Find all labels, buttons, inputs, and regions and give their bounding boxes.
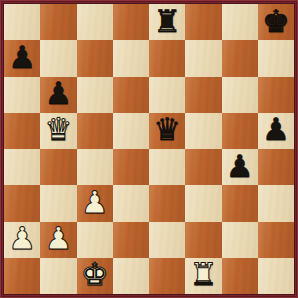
square-b8[interactable] <box>40 4 76 40</box>
square-c1[interactable]: ♚ <box>77 258 113 294</box>
square-c8[interactable] <box>77 4 113 40</box>
square-h5[interactable]: ♟ <box>258 113 294 149</box>
square-d2[interactable] <box>113 222 149 258</box>
square-e2[interactable] <box>149 222 185 258</box>
square-d3[interactable] <box>113 185 149 221</box>
square-h7[interactable] <box>258 40 294 76</box>
square-f5[interactable] <box>185 113 221 149</box>
white-pawn[interactable]: ♟ <box>8 223 36 254</box>
square-d6[interactable] <box>113 77 149 113</box>
square-c6[interactable] <box>77 77 113 113</box>
square-e1[interactable] <box>149 258 185 294</box>
black-pawn[interactable]: ♟ <box>226 151 254 182</box>
black-pawn[interactable]: ♟ <box>8 42 36 73</box>
board-frame: ♜♚♟♟♛♛♟♟♟♟♟♚♜ <box>0 0 298 298</box>
square-h2[interactable] <box>258 222 294 258</box>
square-g3[interactable] <box>222 185 258 221</box>
square-b2[interactable]: ♟ <box>40 222 76 258</box>
square-d7[interactable] <box>113 40 149 76</box>
square-h1[interactable] <box>258 258 294 294</box>
square-c5[interactable] <box>77 113 113 149</box>
white-queen[interactable]: ♛ <box>44 114 72 145</box>
square-a4[interactable] <box>4 149 40 185</box>
black-rook[interactable]: ♜ <box>153 6 181 37</box>
square-f7[interactable] <box>185 40 221 76</box>
black-pawn[interactable]: ♟ <box>262 114 290 145</box>
square-e8[interactable]: ♜ <box>149 4 185 40</box>
square-h8[interactable]: ♚ <box>258 4 294 40</box>
square-e3[interactable] <box>149 185 185 221</box>
square-c2[interactable] <box>77 222 113 258</box>
square-g1[interactable] <box>222 258 258 294</box>
square-g6[interactable] <box>222 77 258 113</box>
square-g4[interactable]: ♟ <box>222 149 258 185</box>
square-e5[interactable]: ♛ <box>149 113 185 149</box>
square-g2[interactable] <box>222 222 258 258</box>
square-h6[interactable] <box>258 77 294 113</box>
square-a5[interactable] <box>4 113 40 149</box>
square-a6[interactable] <box>4 77 40 113</box>
square-e4[interactable] <box>149 149 185 185</box>
square-g7[interactable] <box>222 40 258 76</box>
square-g8[interactable] <box>222 4 258 40</box>
square-a8[interactable] <box>4 4 40 40</box>
square-f1[interactable]: ♜ <box>185 258 221 294</box>
white-rook[interactable]: ♜ <box>189 259 217 290</box>
square-b4[interactable] <box>40 149 76 185</box>
black-pawn[interactable]: ♟ <box>44 78 72 109</box>
square-c4[interactable] <box>77 149 113 185</box>
square-c3[interactable]: ♟ <box>77 185 113 221</box>
square-a7[interactable]: ♟ <box>4 40 40 76</box>
square-e7[interactable] <box>149 40 185 76</box>
square-d4[interactable] <box>113 149 149 185</box>
white-king[interactable]: ♚ <box>81 259 109 290</box>
square-d8[interactable] <box>113 4 149 40</box>
black-queen[interactable]: ♛ <box>153 114 181 145</box>
square-f6[interactable] <box>185 77 221 113</box>
square-f4[interactable] <box>185 149 221 185</box>
square-d1[interactable] <box>113 258 149 294</box>
square-b3[interactable] <box>40 185 76 221</box>
square-a1[interactable] <box>4 258 40 294</box>
white-pawn[interactable]: ♟ <box>44 223 72 254</box>
square-b7[interactable] <box>40 40 76 76</box>
square-c7[interactable] <box>77 40 113 76</box>
square-d5[interactable] <box>113 113 149 149</box>
square-h3[interactable] <box>258 185 294 221</box>
square-b1[interactable] <box>40 258 76 294</box>
square-g5[interactable] <box>222 113 258 149</box>
white-pawn[interactable]: ♟ <box>81 187 109 218</box>
black-king[interactable]: ♚ <box>262 6 290 37</box>
chess-board: ♜♚♟♟♛♛♟♟♟♟♟♚♜ <box>4 4 294 294</box>
square-h4[interactable] <box>258 149 294 185</box>
square-b5[interactable]: ♛ <box>40 113 76 149</box>
square-b6[interactable]: ♟ <box>40 77 76 113</box>
square-a3[interactable] <box>4 185 40 221</box>
square-f2[interactable] <box>185 222 221 258</box>
square-f8[interactable] <box>185 4 221 40</box>
square-f3[interactable] <box>185 185 221 221</box>
square-e6[interactable] <box>149 77 185 113</box>
square-a2[interactable]: ♟ <box>4 222 40 258</box>
